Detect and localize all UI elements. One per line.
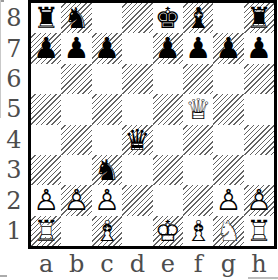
file-labels: abcdefgh	[31, 249, 274, 277]
square-d7	[122, 33, 152, 63]
white-queen-f5: ♛♕	[183, 94, 213, 124]
piece-glyph: ♗	[183, 216, 213, 246]
file-label-e: e	[153, 249, 183, 277]
piece-glyph: ♖	[31, 216, 61, 246]
rank-label-7: 7	[0, 33, 28, 63]
square-a6	[31, 64, 61, 94]
square-d3	[122, 155, 152, 185]
white-pawn-c2: ♟♙	[92, 185, 122, 215]
square-f5: ♛♕	[183, 94, 213, 124]
piece-glyph: ♟	[153, 33, 183, 63]
file-label-d: d	[122, 249, 152, 277]
white-bishop-f1: ♝♗	[183, 216, 213, 246]
file-label-b: b	[61, 249, 91, 277]
piece-glyph: ♙	[244, 185, 274, 215]
square-h4	[244, 125, 274, 155]
file-label-f: f	[183, 249, 213, 277]
square-h5	[244, 94, 274, 124]
square-b4	[61, 125, 91, 155]
rank-label-4: 4	[0, 125, 28, 155]
square-g4	[213, 125, 243, 155]
square-a2: ♟♙	[31, 185, 61, 215]
square-e5	[153, 94, 183, 124]
square-b6	[61, 64, 91, 94]
square-e2	[153, 185, 183, 215]
rank-label-3: 3	[0, 155, 28, 185]
square-b5	[61, 94, 91, 124]
square-f7: ♟♟	[183, 33, 213, 63]
square-g5	[213, 94, 243, 124]
scan-corner-mark-bottom-right	[248, 277, 278, 279]
square-e7: ♟♟	[153, 33, 183, 63]
square-b3	[61, 155, 91, 185]
black-pawn-c7: ♟♟	[92, 33, 122, 63]
white-pawn-a2: ♟♙	[31, 185, 61, 215]
chess-diagram: 87654321 ♜♜♞♞♚♚♝♝♜♜♟♟♟♟♟♟♟♟♟♟♟♟♟♟♛♕♛♛♞♞♟…	[0, 0, 278, 280]
black-pawn-b7: ♟♟	[61, 33, 91, 63]
chess-board: ♜♜♞♞♚♚♝♝♜♜♟♟♟♟♟♟♟♟♟♟♟♟♟♟♛♕♛♛♞♞♟♙♟♙♟♙♟♙♟♙…	[28, 0, 277, 249]
square-c6	[92, 64, 122, 94]
black-king-e8: ♚♚	[153, 3, 183, 33]
black-knight-c3: ♞♞	[92, 155, 122, 185]
black-bishop-f8: ♝♝	[183, 3, 213, 33]
square-g1: ♞♘	[213, 216, 243, 246]
square-h6	[244, 64, 274, 94]
scan-corner-mark-bottom-left	[0, 275, 7, 277]
file-label-a: a	[31, 249, 61, 277]
square-c3: ♞♞	[92, 155, 122, 185]
white-pawn-b2: ♟♙	[61, 185, 91, 215]
piece-glyph: ♞	[92, 155, 122, 185]
square-f8: ♝♝	[183, 3, 213, 33]
file-label-h: h	[244, 249, 274, 277]
black-pawn-f7: ♟♟	[183, 33, 213, 63]
rank-label-1: 1	[0, 216, 28, 246]
white-pawn-h2: ♟♙	[244, 185, 274, 215]
square-e6	[153, 64, 183, 94]
black-queen-d4: ♛♛	[122, 125, 152, 155]
piece-glyph: ♟	[213, 33, 243, 63]
square-c4	[92, 125, 122, 155]
square-e3	[153, 155, 183, 185]
square-c1: ♝♗	[92, 216, 122, 246]
square-f4	[183, 125, 213, 155]
rank-label-2: 2	[0, 185, 28, 215]
piece-glyph: ♝	[183, 3, 213, 33]
piece-glyph: ♙	[213, 185, 243, 215]
piece-glyph: ♘	[213, 216, 243, 246]
white-pawn-g2: ♟♙	[213, 185, 243, 215]
piece-glyph: ♟	[244, 33, 274, 63]
white-rook-h1: ♜♖	[244, 216, 274, 246]
white-rook-a1: ♜♖	[31, 216, 61, 246]
square-e4	[153, 125, 183, 155]
square-a7: ♟♟	[31, 33, 61, 63]
square-c5	[92, 94, 122, 124]
square-f3	[183, 155, 213, 185]
square-e1: ♚♔	[153, 216, 183, 246]
file-label-g: g	[213, 249, 243, 277]
white-bishop-c1: ♝♗	[92, 216, 122, 246]
square-d2	[122, 185, 152, 215]
square-b8: ♞♞	[61, 3, 91, 33]
black-rook-h8: ♜♜	[244, 3, 274, 33]
square-g8	[213, 3, 243, 33]
square-h3	[244, 155, 274, 185]
square-d5	[122, 94, 152, 124]
piece-glyph: ♞	[61, 3, 91, 33]
black-knight-b8: ♞♞	[61, 3, 91, 33]
square-d8	[122, 3, 152, 33]
square-f2	[183, 185, 213, 215]
piece-glyph: ♕	[183, 94, 213, 124]
square-e8: ♚♚	[153, 3, 183, 33]
piece-glyph: ♙	[61, 185, 91, 215]
square-g2: ♟♙	[213, 185, 243, 215]
piece-glyph: ♟	[92, 33, 122, 63]
square-g7: ♟♟	[213, 33, 243, 63]
black-pawn-e7: ♟♟	[153, 33, 183, 63]
black-pawn-g7: ♟♟	[213, 33, 243, 63]
square-h2: ♟♙	[244, 185, 274, 215]
square-g6	[213, 64, 243, 94]
square-h7: ♟♟	[244, 33, 274, 63]
square-d1	[122, 216, 152, 246]
piece-glyph: ♙	[92, 185, 122, 215]
piece-glyph: ♟	[31, 33, 61, 63]
square-h1: ♜♖	[244, 216, 274, 246]
square-c8	[92, 3, 122, 33]
file-label-c: c	[92, 249, 122, 277]
piece-glyph: ♖	[244, 216, 274, 246]
piece-glyph: ♙	[31, 185, 61, 215]
square-b7: ♟♟	[61, 33, 91, 63]
black-pawn-a7: ♟♟	[31, 33, 61, 63]
rank-label-6: 6	[0, 64, 28, 94]
square-c7: ♟♟	[92, 33, 122, 63]
piece-glyph: ♗	[92, 216, 122, 246]
square-a1: ♜♖	[31, 216, 61, 246]
square-b1	[61, 216, 91, 246]
square-d4: ♛♛	[122, 125, 152, 155]
black-rook-a8: ♜♜	[31, 3, 61, 33]
square-d6	[122, 64, 152, 94]
square-g3	[213, 155, 243, 185]
piece-glyph: ♟	[61, 33, 91, 63]
rank-label-8: 8	[0, 3, 28, 33]
piece-glyph: ♚	[153, 3, 183, 33]
white-knight-g1: ♞♘	[213, 216, 243, 246]
square-c2: ♟♙	[92, 185, 122, 215]
square-b2: ♟♙	[61, 185, 91, 215]
rank-labels: 87654321	[0, 3, 28, 246]
white-king-e1: ♚♔	[153, 216, 183, 246]
piece-glyph: ♟	[183, 33, 213, 63]
square-h8: ♜♜	[244, 3, 274, 33]
piece-glyph: ♜	[244, 3, 274, 33]
square-a5	[31, 94, 61, 124]
piece-glyph: ♔	[153, 216, 183, 246]
square-f1: ♝♗	[183, 216, 213, 246]
piece-glyph: ♛	[122, 125, 152, 155]
square-f6	[183, 64, 213, 94]
rank-label-5: 5	[0, 94, 28, 124]
square-a3	[31, 155, 61, 185]
square-a8: ♜♜	[31, 3, 61, 33]
black-pawn-h7: ♟♟	[244, 33, 274, 63]
piece-glyph: ♜	[31, 3, 61, 33]
square-a4	[31, 125, 61, 155]
